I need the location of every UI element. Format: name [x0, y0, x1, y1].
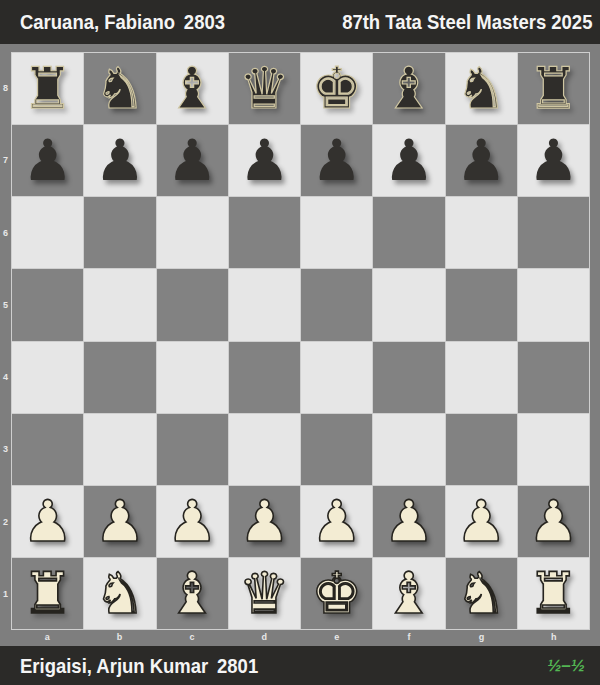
piece-black-pawn[interactable]: ♟: [94, 132, 145, 189]
piece-black-pawn[interactable]: ♟: [167, 132, 218, 189]
piece-white-queen[interactable]: ♛: [239, 565, 290, 622]
square-c5[interactable]: [157, 269, 228, 340]
square-c8[interactable]: ♝: [157, 53, 228, 124]
bottom-player-name: Erigaisi, Arjun Kumar: [20, 654, 208, 677]
top-player-bar: Caruana, Fabiano2803 87th Tata Steel Mas…: [0, 0, 600, 44]
square-b1[interactable]: ♞: [84, 558, 155, 629]
square-c1[interactable]: ♝: [157, 558, 228, 629]
piece-white-pawn[interactable]: ♟: [456, 493, 507, 550]
square-d2[interactable]: ♟: [229, 486, 300, 557]
piece-white-bishop[interactable]: ♝: [383, 565, 434, 622]
top-player-name: Caruana, Fabiano: [20, 10, 175, 33]
piece-white-pawn[interactable]: ♟: [311, 493, 362, 550]
file-label-g: g: [445, 630, 517, 646]
square-h8[interactable]: ♜: [518, 53, 589, 124]
bottom-player: Erigaisi, Arjun Kumar2801: [20, 654, 258, 678]
game-result: ½–½: [547, 656, 585, 676]
square-g8[interactable]: ♞: [446, 53, 517, 124]
rank-labels: 87654321: [0, 52, 11, 630]
square-h6[interactable]: [518, 197, 589, 268]
piece-black-rook[interactable]: ♜: [22, 60, 73, 117]
chess-board-frame: 87654321 ♜♞♝♛♚♝♞♜♟♟♟♟♟♟♟♟♟♟♟♟♟♟♟♟♜♞♝♛♚♝♞…: [0, 44, 600, 646]
file-label-f: f: [373, 630, 445, 646]
piece-white-bishop[interactable]: ♝: [167, 565, 218, 622]
file-label-h: h: [518, 630, 590, 646]
square-e2[interactable]: ♟: [301, 486, 372, 557]
rank-label-6: 6: [0, 197, 11, 269]
square-h7[interactable]: ♟: [518, 125, 589, 196]
square-e7[interactable]: ♟: [301, 125, 372, 196]
square-d6[interactable]: [229, 197, 300, 268]
square-d3[interactable]: [229, 414, 300, 485]
event-title: 87th Tata Steel Masters 2025: [342, 10, 592, 34]
rank-label-5: 5: [0, 269, 11, 341]
chess-board[interactable]: ♜♞♝♛♚♝♞♜♟♟♟♟♟♟♟♟♟♟♟♟♟♟♟♟♜♞♝♛♚♝♞♜: [11, 52, 590, 630]
piece-black-bishop[interactable]: ♝: [383, 60, 434, 117]
file-label-c: c: [156, 630, 228, 646]
square-e4[interactable]: [301, 342, 372, 413]
square-b8[interactable]: ♞: [84, 53, 155, 124]
piece-black-knight[interactable]: ♞: [456, 60, 507, 117]
square-e3[interactable]: [301, 414, 372, 485]
top-player-rating: 2803: [184, 10, 225, 33]
rank-label-2: 2: [0, 486, 11, 558]
square-g5[interactable]: [446, 269, 517, 340]
piece-black-knight[interactable]: ♞: [94, 60, 145, 117]
piece-black-rook[interactable]: ♜: [528, 60, 579, 117]
square-d1[interactable]: ♛: [229, 558, 300, 629]
square-b2[interactable]: ♟: [84, 486, 155, 557]
file-label-b: b: [83, 630, 155, 646]
square-d8[interactable]: ♛: [229, 53, 300, 124]
file-label-d: d: [228, 630, 300, 646]
square-a5[interactable]: [12, 269, 83, 340]
square-c2[interactable]: ♟: [157, 486, 228, 557]
square-a6[interactable]: [12, 197, 83, 268]
square-a1[interactable]: ♜: [12, 558, 83, 629]
square-h2[interactable]: ♟: [518, 486, 589, 557]
bottom-player-bar: Erigaisi, Arjun Kumar2801 ½–½: [0, 646, 600, 685]
square-f4[interactable]: [373, 342, 444, 413]
bottom-player-rating: 2801: [217, 654, 258, 677]
square-b5[interactable]: [84, 269, 155, 340]
square-a4[interactable]: [12, 342, 83, 413]
piece-white-knight[interactable]: ♞: [94, 565, 145, 622]
square-a3[interactable]: [12, 414, 83, 485]
piece-black-pawn[interactable]: ♟: [456, 132, 507, 189]
file-label-a: a: [11, 630, 83, 646]
square-g3[interactable]: [446, 414, 517, 485]
piece-black-queen[interactable]: ♛: [239, 60, 290, 117]
square-g7[interactable]: ♟: [446, 125, 517, 196]
file-labels: abcdefgh: [11, 630, 590, 646]
square-f8[interactable]: ♝: [373, 53, 444, 124]
square-b3[interactable]: [84, 414, 155, 485]
square-g4[interactable]: [446, 342, 517, 413]
square-c3[interactable]: [157, 414, 228, 485]
rank-label-8: 8: [0, 52, 11, 124]
piece-black-pawn[interactable]: ♟: [239, 132, 290, 189]
square-g2[interactable]: ♟: [446, 486, 517, 557]
piece-black-king[interactable]: ♚: [311, 60, 362, 117]
square-f2[interactable]: ♟: [373, 486, 444, 557]
square-g6[interactable]: [446, 197, 517, 268]
piece-white-king[interactable]: ♚: [311, 565, 362, 622]
square-h3[interactable]: [518, 414, 589, 485]
square-e6[interactable]: [301, 197, 372, 268]
square-a7[interactable]: ♟: [12, 125, 83, 196]
square-e8[interactable]: ♚: [301, 53, 372, 124]
square-c6[interactable]: [157, 197, 228, 268]
square-a2[interactable]: ♟: [12, 486, 83, 557]
square-e1[interactable]: ♚: [301, 558, 372, 629]
square-f6[interactable]: [373, 197, 444, 268]
piece-white-rook[interactable]: ♜: [22, 565, 73, 622]
piece-white-pawn[interactable]: ♟: [167, 493, 218, 550]
rank-label-4: 4: [0, 341, 11, 413]
square-d5[interactable]: [229, 269, 300, 340]
piece-black-bishop[interactable]: ♝: [167, 60, 218, 117]
square-f7[interactable]: ♟: [373, 125, 444, 196]
piece-black-pawn[interactable]: ♟: [22, 132, 73, 189]
square-c4[interactable]: [157, 342, 228, 413]
square-h1[interactable]: ♜: [518, 558, 589, 629]
square-b6[interactable]: [84, 197, 155, 268]
piece-black-pawn[interactable]: ♟: [528, 132, 579, 189]
piece-white-pawn[interactable]: ♟: [22, 493, 73, 550]
file-label-e: e: [301, 630, 373, 646]
piece-white-knight[interactable]: ♞: [456, 565, 507, 622]
square-h5[interactable]: [518, 269, 589, 340]
square-f3[interactable]: [373, 414, 444, 485]
square-d4[interactable]: [229, 342, 300, 413]
square-d7[interactable]: ♟: [229, 125, 300, 196]
square-c7[interactable]: ♟: [157, 125, 228, 196]
square-e5[interactable]: [301, 269, 372, 340]
square-b7[interactable]: ♟: [84, 125, 155, 196]
square-f1[interactable]: ♝: [373, 558, 444, 629]
piece-white-pawn[interactable]: ♟: [383, 493, 434, 550]
piece-white-pawn[interactable]: ♟: [239, 493, 290, 550]
piece-black-pawn[interactable]: ♟: [383, 132, 434, 189]
square-b4[interactable]: [84, 342, 155, 413]
piece-white-rook[interactable]: ♜: [528, 565, 579, 622]
piece-white-pawn[interactable]: ♟: [528, 493, 579, 550]
square-a8[interactable]: ♜: [12, 53, 83, 124]
rank-label-1: 1: [0, 558, 11, 630]
square-g1[interactable]: ♞: [446, 558, 517, 629]
rank-label-7: 7: [0, 124, 11, 196]
rank-label-3: 3: [0, 413, 11, 485]
square-f5[interactable]: [373, 269, 444, 340]
piece-white-pawn[interactable]: ♟: [94, 493, 145, 550]
square-h4[interactable]: [518, 342, 589, 413]
piece-black-pawn[interactable]: ♟: [311, 132, 362, 189]
top-player: Caruana, Fabiano2803: [20, 10, 225, 34]
